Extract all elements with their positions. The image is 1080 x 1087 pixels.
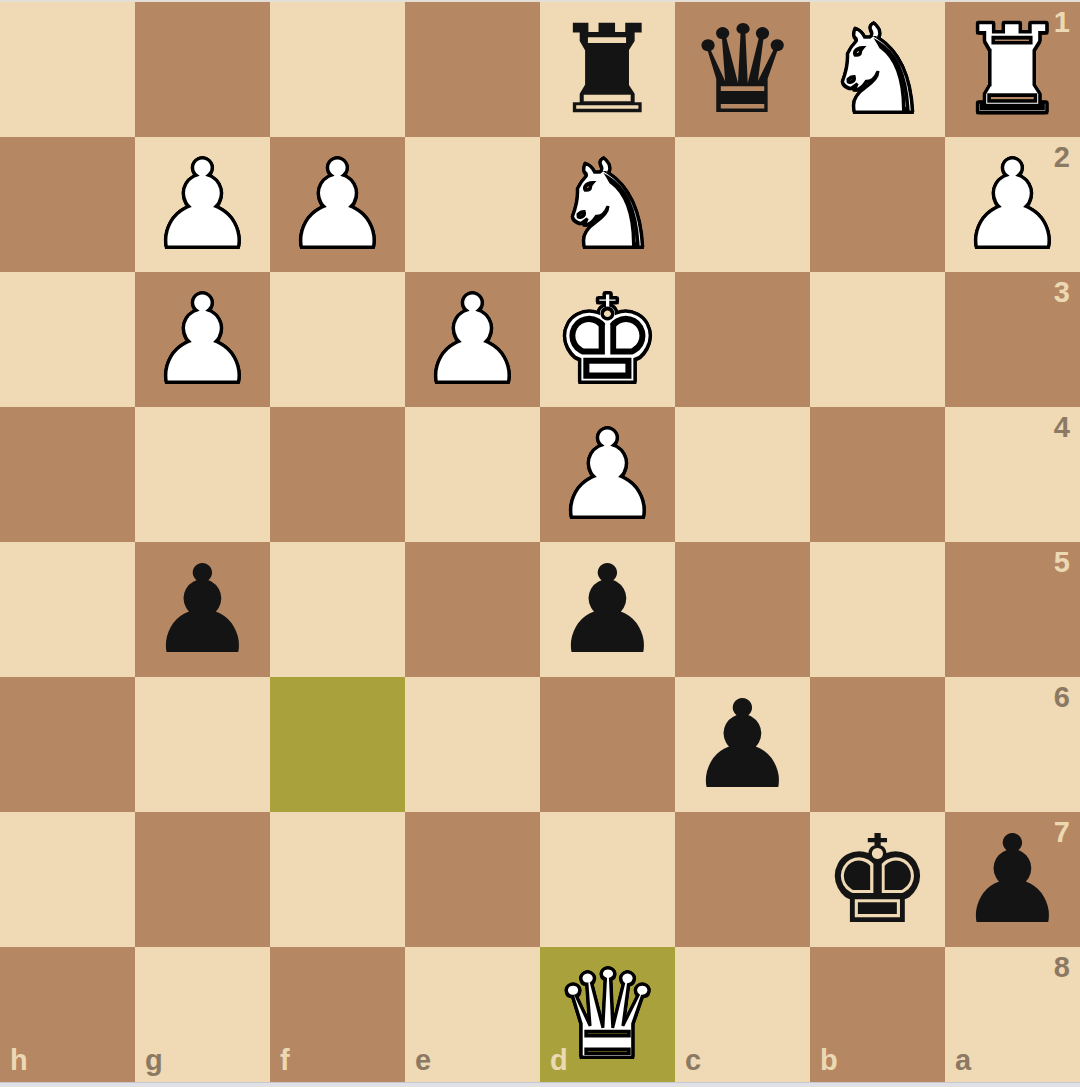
square-c2[interactable] <box>675 137 810 272</box>
white-king-d3[interactable]: ♚ <box>553 279 662 401</box>
file-label-c: c <box>685 1046 701 1075</box>
square-g4[interactable] <box>135 407 270 542</box>
square-g3[interactable]: ♟ <box>135 272 270 407</box>
rank-label-6: 6 <box>1054 683 1070 712</box>
square-a3[interactable]: 3 <box>945 272 1080 407</box>
square-c7[interactable] <box>675 812 810 947</box>
rank-label-5: 5 <box>1054 548 1070 577</box>
white-knight-b1[interactable]: ♞ <box>823 9 932 131</box>
square-e5[interactable] <box>405 542 540 677</box>
file-label-a: a <box>955 1046 971 1075</box>
square-h4[interactable] <box>0 407 135 542</box>
black-pawn-g5[interactable]: ♟ <box>148 549 257 671</box>
file-label-d: d <box>550 1046 568 1075</box>
white-pawn-g2[interactable]: ♟ <box>148 144 257 266</box>
square-a7[interactable]: ♟7 <box>945 812 1080 947</box>
square-d1[interactable]: ♜ <box>540 2 675 137</box>
square-a8[interactable]: 8a <box>945 947 1080 1082</box>
black-rook-d1[interactable]: ♜ <box>553 9 662 131</box>
white-knight-d2[interactable]: ♞ <box>553 144 662 266</box>
square-b5[interactable] <box>810 542 945 677</box>
square-e1[interactable] <box>405 2 540 137</box>
white-pawn-f2[interactable]: ♟ <box>283 144 392 266</box>
square-a4[interactable]: 4 <box>945 407 1080 542</box>
square-g5[interactable]: ♟ <box>135 542 270 677</box>
square-f4[interactable] <box>270 407 405 542</box>
square-d8[interactable]: ♛d <box>540 947 675 1082</box>
square-f5[interactable] <box>270 542 405 677</box>
square-b4[interactable] <box>810 407 945 542</box>
square-b8[interactable]: b <box>810 947 945 1082</box>
square-d6[interactable] <box>540 677 675 812</box>
square-b1[interactable]: ♞ <box>810 2 945 137</box>
square-g1[interactable] <box>135 2 270 137</box>
rank-label-1: 1 <box>1054 8 1070 37</box>
square-e4[interactable] <box>405 407 540 542</box>
rank-label-3: 3 <box>1054 278 1070 307</box>
square-f2[interactable]: ♟ <box>270 137 405 272</box>
square-e8[interactable]: e <box>405 947 540 1082</box>
file-label-f: f <box>280 1046 290 1075</box>
white-pawn-a2[interactable]: ♟ <box>958 144 1067 266</box>
square-d3[interactable]: ♚ <box>540 272 675 407</box>
square-a5[interactable]: 5 <box>945 542 1080 677</box>
square-h8[interactable]: h <box>0 947 135 1082</box>
black-pawn-d5[interactable]: ♟ <box>553 549 662 671</box>
square-c1[interactable]: ♛ <box>675 2 810 137</box>
square-a2[interactable]: ♟2 <box>945 137 1080 272</box>
white-pawn-d4[interactable]: ♟ <box>553 414 662 536</box>
square-c8[interactable]: c <box>675 947 810 1082</box>
black-queen-c1[interactable]: ♛ <box>688 9 797 131</box>
square-f1[interactable] <box>270 2 405 137</box>
file-label-e: e <box>415 1046 431 1075</box>
file-label-h: h <box>10 1046 28 1075</box>
chess-board: ♜♛♞♜1♟♟♞♟2♟♟♚3♟4♟♟5♟6♚♟7hgfe♛dcb8a <box>0 2 1080 1082</box>
square-g8[interactable]: g <box>135 947 270 1082</box>
rank-label-7: 7 <box>1054 818 1070 847</box>
black-king-b7[interactable]: ♚ <box>823 819 932 941</box>
square-b2[interactable] <box>810 137 945 272</box>
square-h1[interactable] <box>0 2 135 137</box>
file-label-g: g <box>145 1046 163 1075</box>
square-e2[interactable] <box>405 137 540 272</box>
square-f3[interactable] <box>270 272 405 407</box>
square-h7[interactable] <box>0 812 135 947</box>
white-pawn-g3[interactable]: ♟ <box>148 279 257 401</box>
square-e6[interactable] <box>405 677 540 812</box>
square-g6[interactable] <box>135 677 270 812</box>
square-h6[interactable] <box>0 677 135 812</box>
square-h5[interactable] <box>0 542 135 677</box>
square-c6[interactable]: ♟ <box>675 677 810 812</box>
square-a6[interactable]: 6 <box>945 677 1080 812</box>
rank-label-2: 2 <box>1054 143 1070 172</box>
square-h2[interactable] <box>0 137 135 272</box>
square-d4[interactable]: ♟ <box>540 407 675 542</box>
square-f8[interactable]: f <box>270 947 405 1082</box>
square-g7[interactable] <box>135 812 270 947</box>
black-pawn-c6[interactable]: ♟ <box>688 684 797 806</box>
white-rook-a1[interactable]: ♜ <box>958 9 1067 131</box>
square-c4[interactable] <box>675 407 810 542</box>
page: ♜♛♞♜1♟♟♞♟2♟♟♚3♟4♟♟5♟6♚♟7hgfe♛dcb8a <box>0 0 1080 1087</box>
square-e7[interactable] <box>405 812 540 947</box>
bottom-margin-strip <box>0 1082 1080 1087</box>
square-f6[interactable] <box>270 677 405 812</box>
square-e3[interactable]: ♟ <box>405 272 540 407</box>
square-h3[interactable] <box>0 272 135 407</box>
square-d5[interactable]: ♟ <box>540 542 675 677</box>
square-c5[interactable] <box>675 542 810 677</box>
white-pawn-e3[interactable]: ♟ <box>418 279 527 401</box>
rank-label-4: 4 <box>1054 413 1070 442</box>
square-f7[interactable] <box>270 812 405 947</box>
square-d7[interactable] <box>540 812 675 947</box>
white-queen-d8[interactable]: ♛ <box>553 954 662 1076</box>
black-pawn-a7[interactable]: ♟ <box>958 819 1067 941</box>
square-b3[interactable] <box>810 272 945 407</box>
square-d2[interactable]: ♞ <box>540 137 675 272</box>
rank-label-8: 8 <box>1054 953 1070 982</box>
file-label-b: b <box>820 1046 838 1075</box>
square-g2[interactable]: ♟ <box>135 137 270 272</box>
square-a1[interactable]: ♜1 <box>945 2 1080 137</box>
square-b6[interactable] <box>810 677 945 812</box>
square-b7[interactable]: ♚ <box>810 812 945 947</box>
square-c3[interactable] <box>675 272 810 407</box>
